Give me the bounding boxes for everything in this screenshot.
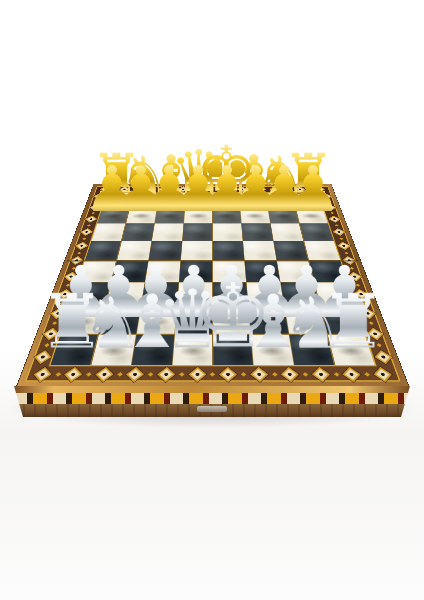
- diamond-motif: [65, 367, 83, 382]
- diamond-dot: [365, 372, 370, 376]
- diamond-motif: [96, 367, 114, 382]
- diamond-dot: [87, 224, 91, 226]
- diamond-dot: [91, 212, 95, 214]
- diamond-motif: [324, 204, 336, 211]
- diamond-motif: [236, 186, 247, 192]
- square-f6: [242, 224, 273, 241]
- diamond-motif: [89, 204, 101, 211]
- square-h7: ♟︎: [296, 207, 328, 223]
- diamond-motif: [188, 367, 206, 382]
- diamond-dot: [269, 188, 272, 190]
- diamond-motif: [312, 367, 330, 382]
- diamond-dot: [172, 188, 175, 190]
- diamond-motif: [294, 186, 305, 192]
- diamond-dot: [152, 188, 155, 190]
- square-c6: [152, 224, 183, 241]
- square-e1: ♚︎: [213, 335, 253, 365]
- square-g6: [271, 224, 303, 241]
- diamond-motif: [158, 186, 169, 192]
- diamond-dot: [241, 372, 246, 376]
- diamond-dot: [326, 201, 329, 203]
- product-photo: ♜︎♞︎♝︎♛︎♚︎♝︎♞︎♜︎♟︎♟︎♟︎♟︎♟︎♟︎♟︎♟︎♟︎♟︎♟︎♟︎…: [0, 0, 424, 600]
- diamond-dot: [289, 188, 292, 190]
- metal-latch-icon: [197, 406, 227, 412]
- square-h1: ♜︎: [328, 335, 375, 365]
- diamond-dot: [339, 238, 343, 240]
- chess-board: ♜︎♞︎♝︎♛︎♚︎♝︎♞︎♜︎♟︎♟︎♟︎♟︎♟︎♟︎♟︎♟︎♟︎♟︎♟︎♟︎…: [16, 184, 410, 387]
- diamond-dot: [148, 372, 153, 376]
- diamond-motif: [275, 186, 286, 192]
- diamond-dot: [86, 372, 91, 376]
- diamond-motif: [332, 228, 345, 236]
- diamond-motif: [178, 186, 189, 192]
- diamond-motif: [255, 186, 266, 192]
- diamond-dot: [303, 372, 308, 376]
- diamond-motif: [328, 216, 340, 223]
- diamond-motif: [337, 242, 350, 250]
- diamond-motif: [75, 242, 88, 250]
- diamond-motif: [374, 367, 392, 382]
- diamond-dot: [334, 372, 339, 376]
- square-b6: [122, 224, 154, 241]
- diamond-dot: [250, 188, 253, 190]
- diamond-dot: [210, 372, 215, 376]
- diamond-dot: [95, 201, 98, 203]
- diamond-motif: [80, 228, 93, 236]
- diamond-motif: [250, 367, 268, 382]
- diamond-motif: [34, 367, 52, 382]
- diamond-motif: [93, 193, 105, 199]
- diamond-motif: [139, 186, 150, 192]
- diamond-motif: [119, 186, 130, 192]
- box-front-bevel: [14, 386, 410, 393]
- diamond-motif: [126, 367, 144, 382]
- diamond-dot: [211, 188, 214, 190]
- diamond-dot: [330, 212, 334, 214]
- box-front-wood: [14, 404, 410, 417]
- diamond-motif: [217, 186, 228, 192]
- box-front-inlay-stripes: [14, 393, 410, 404]
- diamond-motif: [85, 216, 97, 223]
- square-a1: ♜︎: [51, 335, 98, 365]
- diamond-dot: [113, 188, 116, 190]
- diamond-dot: [335, 224, 339, 226]
- piece-silver-rook: ♜︎: [39, 284, 106, 359]
- diamond-dot: [308, 188, 311, 190]
- diamond-motif: [343, 367, 361, 382]
- piece-silver-king: ♚︎: [193, 272, 272, 360]
- diamond-dot: [117, 372, 122, 376]
- diamond-motif: [320, 193, 332, 199]
- diamond-motif: [197, 186, 208, 192]
- diamond-dot: [133, 188, 136, 190]
- box-front-side: [14, 386, 410, 417]
- mosaic-border-top: [96, 187, 329, 192]
- diamond-dot: [82, 238, 86, 240]
- square-d6: [183, 224, 213, 241]
- square-a6: [91, 224, 125, 241]
- mosaic-border-bottom: [27, 368, 399, 380]
- diamond-dot: [230, 188, 233, 190]
- diamond-motif: [219, 367, 237, 382]
- square-e6: [213, 224, 243, 241]
- diamond-dot: [191, 188, 194, 190]
- diamond-motif: [281, 367, 299, 382]
- diamond-motif: [157, 367, 175, 382]
- diamond-dot: [55, 372, 60, 376]
- diamond-dot: [179, 372, 184, 376]
- diamond-dot: [272, 372, 277, 376]
- square-h6: [300, 224, 334, 241]
- piece-silver-rook: ♜︎: [320, 284, 387, 359]
